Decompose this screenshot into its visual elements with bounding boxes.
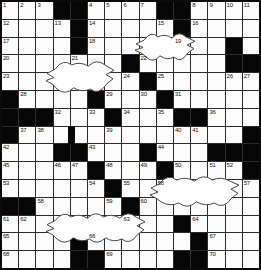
clue-number-15: 15 <box>158 20 164 27</box>
white-cell-r2c13[interactable] <box>208 20 224 37</box>
white-cell-r9c2[interactable] <box>19 144 35 161</box>
white-cell-r4c12[interactable] <box>191 55 207 72</box>
white-cell-r9c8[interactable] <box>122 144 138 161</box>
white-cell-r1c8[interactable]: 6 <box>122 2 138 19</box>
clue-number-2: 2 <box>20 2 23 9</box>
clue-number-69: 69 <box>106 251 112 258</box>
white-cell-r14c6[interactable]: 66 <box>88 233 104 250</box>
black-cell-r1c4 <box>54 2 70 19</box>
white-cell-r13c1[interactable]: 61 <box>2 216 18 233</box>
white-cell-r8c12[interactable]: 41 <box>191 127 207 144</box>
white-cell-r8c5[interactable] <box>71 127 87 144</box>
white-cell-r1c1[interactable]: 1 <box>2 2 18 19</box>
clue-number-38: 38 <box>37 127 43 134</box>
white-cell-r6c2[interactable]: 28 <box>19 91 35 108</box>
white-cell-r14c4[interactable] <box>54 233 70 250</box>
white-cell-r11c11[interactable] <box>174 180 190 197</box>
black-cell-r8c15 <box>243 127 259 144</box>
white-cell-r10c4[interactable]: 46 <box>54 162 70 179</box>
white-cell-r1c2[interactable]: 2 <box>19 2 35 19</box>
white-cell-r10c9[interactable]: 49 <box>140 162 156 179</box>
black-cell-r11c7 <box>105 180 121 197</box>
white-cell-r3c8[interactable] <box>122 38 138 55</box>
white-cell-r4c13[interactable] <box>208 55 224 72</box>
white-cell-r6c15[interactable] <box>243 91 259 108</box>
black-cell-r8c1 <box>2 127 18 144</box>
white-cell-r5c3[interactable] <box>36 73 52 90</box>
white-cell-r10c3[interactable] <box>36 162 52 179</box>
white-cell-r4c1[interactable]: 20 <box>2 55 18 72</box>
clue-number-62: 62 <box>20 216 26 223</box>
white-cell-r12c4[interactable] <box>54 198 70 215</box>
white-cell-r15c13[interactable]: 70 <box>208 251 224 268</box>
clue-number-3: 3 <box>37 2 40 9</box>
clue-number-7: 7 <box>141 2 144 9</box>
white-cell-r4c6[interactable] <box>88 55 104 72</box>
clue-number-49: 49 <box>141 162 147 169</box>
white-cell-r12c14[interactable] <box>226 198 242 215</box>
white-cell-r11c12[interactable] <box>191 180 207 197</box>
white-cell-r15c8[interactable] <box>122 251 138 268</box>
white-cell-r9c11[interactable] <box>174 144 190 161</box>
white-cell-r4c10[interactable] <box>157 55 173 72</box>
black-cell-r6c1 <box>2 91 18 108</box>
white-cell-r11c15[interactable]: 57 <box>243 180 259 197</box>
black-cell-r15c11 <box>174 251 190 268</box>
white-cell-r13c13[interactable] <box>208 216 224 233</box>
black-cell-r12c2 <box>19 198 35 215</box>
clue-number-51: 51 <box>209 162 215 169</box>
white-cell-r11c4[interactable] <box>54 180 70 197</box>
white-cell-r2c15[interactable] <box>243 20 259 37</box>
clue-number-63: 63 <box>123 216 129 223</box>
clue-number-12: 12 <box>3 20 9 27</box>
white-cell-r10c5[interactable]: 47 <box>71 162 87 179</box>
clue-number-44: 44 <box>158 144 164 151</box>
black-cell-r12c1 <box>2 198 18 215</box>
white-cell-r4c7[interactable] <box>105 55 121 72</box>
white-cell-r2c6[interactable]: 14 <box>88 20 104 37</box>
white-cell-r8c4[interactable] <box>54 127 70 144</box>
white-cell-r13c15[interactable] <box>243 216 259 233</box>
clue-number-20: 20 <box>3 55 9 62</box>
white-cell-r7c8[interactable]: 34 <box>122 109 138 126</box>
clue-number-42: 42 <box>3 144 9 151</box>
black-cell-r7c2 <box>19 109 35 126</box>
white-cell-r9c7[interactable] <box>105 144 121 161</box>
black-cell-r9c4 <box>54 144 70 161</box>
white-cell-r3c10[interactable] <box>157 38 173 55</box>
white-cell-r8c7[interactable]: 39 <box>105 127 121 144</box>
white-cell-r5c2[interactable] <box>19 73 35 90</box>
white-cell-r9c6[interactable]: 43 <box>88 144 104 161</box>
clue-number-53: 53 <box>3 180 9 187</box>
white-cell-r5c7[interactable] <box>105 73 121 90</box>
white-cell-r5c12[interactable] <box>191 73 207 90</box>
white-cell-r10c14[interactable]: 52 <box>226 162 242 179</box>
clue-number-14: 14 <box>89 20 95 27</box>
white-cell-r14c13[interactable]: 67 <box>208 233 224 250</box>
white-cell-r1c15[interactable]: 11 <box>243 2 259 19</box>
clue-number-43: 43 <box>89 144 95 151</box>
white-cell-r6c14[interactable] <box>226 91 242 108</box>
black-cell-r3c14 <box>226 38 242 55</box>
clue-number-61: 61 <box>3 216 9 223</box>
white-cell-r1c13[interactable]: 9 <box>208 2 224 19</box>
black-cell-r7c11 <box>174 109 190 126</box>
white-cell-r5c1[interactable]: 23 <box>2 73 18 90</box>
clue-number-35: 35 <box>158 109 164 116</box>
black-cell-r9c5 <box>71 144 87 161</box>
black-cell-r6c10 <box>157 91 173 108</box>
white-cell-r5c4[interactable] <box>54 73 70 90</box>
white-cell-r5c13[interactable] <box>208 73 224 90</box>
clue-number-41: 41 <box>192 127 198 134</box>
black-cell-r10c6 <box>88 162 104 179</box>
black-cell-r9c15 <box>243 144 259 161</box>
black-cell-r13c11 <box>174 216 190 233</box>
white-cell-r2c9[interactable] <box>140 20 156 37</box>
clue-number-5: 5 <box>106 2 109 9</box>
white-cell-r5c10[interactable]: 25 <box>157 73 173 90</box>
black-cell-r7c1 <box>2 109 18 126</box>
clue-number-19: 19 <box>175 38 181 45</box>
black-cell-r9c9 <box>140 144 156 161</box>
white-cell-r9c12[interactable] <box>191 144 207 161</box>
white-cell-r6c3[interactable] <box>36 91 52 108</box>
clue-number-34: 34 <box>123 109 129 116</box>
clue-number-31: 31 <box>175 91 181 98</box>
clue-number-16: 16 <box>192 20 198 27</box>
white-cell-r6c11[interactable]: 31 <box>174 91 190 108</box>
white-cell-r3c11[interactable]: 19 <box>174 38 190 55</box>
white-cell-r6c12[interactable] <box>191 91 207 108</box>
clue-number-22: 22 <box>141 55 147 62</box>
black-cell-r4c8 <box>122 55 138 72</box>
black-cell-r2c11 <box>174 20 190 37</box>
white-cell-r10c8[interactable] <box>122 162 138 179</box>
white-cell-r13c4[interactable] <box>54 216 70 233</box>
white-cell-r13c12[interactable]: 64 <box>191 216 207 233</box>
white-cell-r6c8[interactable] <box>122 91 138 108</box>
white-cell-r12c5[interactable] <box>71 198 87 215</box>
white-cell-r6c4[interactable] <box>54 91 70 108</box>
clue-number-37: 37 <box>20 127 26 134</box>
white-cell-r10c7[interactable]: 48 <box>105 162 121 179</box>
clue-number-24: 24 <box>123 73 129 80</box>
white-cell-r3c3[interactable] <box>36 38 52 55</box>
white-cell-r5c11[interactable] <box>174 73 190 90</box>
white-cell-r9c3[interactable] <box>36 144 52 161</box>
white-cell-r14c10[interactable] <box>157 233 173 250</box>
white-cell-r13c6[interactable] <box>88 216 104 233</box>
white-cell-r7c9[interactable] <box>140 109 156 126</box>
white-cell-r2c4[interactable]: 13 <box>54 20 70 37</box>
white-cell-r15c7[interactable]: 69 <box>105 251 121 268</box>
white-cell-r11c10[interactable]: 56 <box>157 180 173 197</box>
white-cell-r6c7[interactable]: 29 <box>105 91 121 108</box>
black-cell-r1c11 <box>174 2 190 19</box>
white-cell-r12c7[interactable]: 59 <box>105 198 121 215</box>
white-cell-r7c5[interactable] <box>71 109 87 126</box>
white-cell-r2c12[interactable]: 16 <box>191 20 207 37</box>
clue-number-46: 46 <box>55 162 61 169</box>
clue-number-70: 70 <box>209 251 215 258</box>
clue-number-52: 52 <box>227 162 233 169</box>
white-cell-r14c11[interactable] <box>174 233 190 250</box>
black-cell-r5c9 <box>140 73 156 90</box>
white-cell-r3c7[interactable] <box>105 38 121 55</box>
white-cell-r14c8[interactable] <box>122 233 138 250</box>
white-cell-r8c11[interactable]: 40 <box>174 127 190 144</box>
white-cell-r6c13[interactable] <box>208 91 224 108</box>
clue-number-9: 9 <box>209 2 212 9</box>
black-cell-r12c8 <box>122 198 138 215</box>
white-cell-r4c11[interactable] <box>174 55 190 72</box>
clue-number-6: 6 <box>123 2 126 9</box>
white-cell-r15c4[interactable] <box>54 251 70 268</box>
white-cell-r11c5[interactable] <box>71 180 87 197</box>
white-cell-r13c14[interactable] <box>226 216 242 233</box>
black-cell-r1c5 <box>71 2 87 19</box>
clue-number-25: 25 <box>158 73 164 80</box>
white-cell-r8c13[interactable] <box>208 127 224 144</box>
clue-number-1: 1 <box>3 2 6 9</box>
black-cell-r6c6 <box>88 91 104 108</box>
black-cell-r1c10 <box>157 2 173 19</box>
clue-number-8: 8 <box>192 2 195 9</box>
white-cell-r15c10[interactable] <box>157 251 173 268</box>
clue-number-27: 27 <box>244 73 250 80</box>
clue-number-23: 23 <box>3 73 9 80</box>
clue-number-54: 54 <box>89 180 95 187</box>
black-cell-r7c7 <box>105 109 121 126</box>
black-cell-r7c12 <box>191 109 207 126</box>
clue-number-13: 13 <box>55 20 61 27</box>
white-cell-r7c4[interactable]: 32 <box>54 109 70 126</box>
clue-number-57: 57 <box>244 180 250 187</box>
black-cell-r10c10 <box>157 162 173 179</box>
white-cell-r11c13[interactable] <box>208 180 224 197</box>
white-cell-r3c2[interactable] <box>19 38 35 55</box>
white-cell-r1c7[interactable]: 5 <box>105 2 121 19</box>
white-cell-r15c3[interactable] <box>36 251 52 268</box>
white-cell-r13c8[interactable]: 63 <box>122 216 138 233</box>
white-cell-r1c12[interactable]: 8 <box>191 2 207 19</box>
white-cell-r13c3[interactable] <box>36 216 52 233</box>
white-cell-r2c7[interactable] <box>105 20 121 37</box>
clue-number-60: 60 <box>141 198 147 205</box>
white-cell-r3c9[interactable] <box>140 38 156 55</box>
white-cell-r4c4[interactable] <box>54 55 70 72</box>
white-cell-r3c12[interactable] <box>191 38 207 55</box>
white-cell-r4c9[interactable]: 22 <box>140 55 156 72</box>
crossword-puzzle: 1234567891011121314151617181920212223242… <box>0 0 261 270</box>
white-cell-r9c1[interactable]: 42 <box>2 144 18 161</box>
black-cell-r7c3 <box>36 109 52 126</box>
white-cell-r13c5[interactable] <box>71 216 87 233</box>
white-cell-r11c2[interactable] <box>19 180 35 197</box>
black-cell-r4c14 <box>226 55 242 72</box>
white-cell-r3c1[interactable]: 17 <box>2 38 18 55</box>
white-cell-r2c3[interactable] <box>36 20 52 37</box>
white-cell-r14c15[interactable] <box>243 233 259 250</box>
white-cell-r7c15[interactable] <box>243 109 259 126</box>
white-cell-r14c3[interactable] <box>36 233 52 250</box>
white-cell-r10c12[interactable] <box>191 162 207 179</box>
clue-number-59: 59 <box>106 198 112 205</box>
white-cell-r8c14[interactable] <box>226 127 242 144</box>
white-cell-r14c7[interactable] <box>105 233 121 250</box>
white-cell-r14c2[interactable] <box>19 233 35 250</box>
clue-number-11: 11 <box>244 2 250 9</box>
white-cell-r11c1[interactable]: 53 <box>2 180 18 197</box>
white-cell-r5c8[interactable]: 24 <box>122 73 138 90</box>
black-cell-r9c13 <box>208 144 224 161</box>
white-cell-r4c5[interactable]: 21 <box>71 55 87 72</box>
black-cell-r2c5 <box>71 20 87 37</box>
clue-number-56: 56 <box>158 180 164 187</box>
white-cell-r15c14[interactable] <box>226 251 242 268</box>
white-cell-r12c12[interactable] <box>191 198 207 215</box>
white-cell-r3c6[interactable]: 18 <box>88 38 104 55</box>
white-cell-r5c15[interactable]: 27 <box>243 73 259 90</box>
white-cell-r15c2[interactable] <box>19 251 35 268</box>
white-cell-r8c10[interactable] <box>157 127 173 144</box>
white-cell-r3c4[interactable] <box>54 38 70 55</box>
clue-number-18: 18 <box>89 38 95 45</box>
white-cell-r1c6[interactable]: 4 <box>88 2 104 19</box>
white-cell-r12c3[interactable]: 58 <box>36 198 52 215</box>
clue-number-50: 50 <box>175 162 181 169</box>
white-cell-r1c3[interactable]: 3 <box>36 2 52 19</box>
white-cell-r10c2[interactable] <box>19 162 35 179</box>
black-cell-r3c5 <box>71 38 87 55</box>
clue-number-48: 48 <box>106 162 112 169</box>
white-cell-r15c1[interactable]: 68 <box>2 251 18 268</box>
white-cell-r13c2[interactable]: 62 <box>19 216 35 233</box>
white-cell-r7c14[interactable] <box>226 109 242 126</box>
white-cell-r13c10[interactable] <box>157 216 173 233</box>
white-cell-r7c13[interactable]: 36 <box>208 109 224 126</box>
white-cell-r6c9[interactable]: 30 <box>140 91 156 108</box>
white-cell-r8c9[interactable] <box>140 127 156 144</box>
white-cell-r6c5[interactable] <box>71 91 87 108</box>
white-cell-r10c1[interactable]: 45 <box>2 162 18 179</box>
white-cell-r4c3[interactable] <box>36 55 52 72</box>
black-cell-r15c6 <box>88 251 104 268</box>
white-cell-r4c2[interactable] <box>19 55 35 72</box>
white-cell-r10c11[interactable]: 50 <box>174 162 190 179</box>
white-cell-r2c1[interactable]: 12 <box>2 20 18 37</box>
clue-number-36: 36 <box>209 109 215 116</box>
white-cell-r9c10[interactable]: 44 <box>157 144 173 161</box>
white-cell-r14c1[interactable]: 65 <box>2 233 18 250</box>
clue-number-29: 29 <box>106 91 112 98</box>
clue-number-58: 58 <box>37 198 43 205</box>
clue-number-4: 4 <box>89 2 92 9</box>
white-cell-r12c6[interactable] <box>88 198 104 215</box>
crossword-grid: 1234567891011121314151617181920212223242… <box>0 0 261 270</box>
clue-number-67: 67 <box>209 233 215 240</box>
white-cell-r7c6[interactable]: 33 <box>88 109 104 126</box>
clue-number-40: 40 <box>175 127 181 134</box>
white-cell-r2c14[interactable] <box>226 20 242 37</box>
clue-number-26: 26 <box>227 73 233 80</box>
white-cell-r12c15[interactable] <box>243 198 259 215</box>
black-cell-r14c12 <box>191 233 207 250</box>
white-cell-r11c9[interactable] <box>140 180 156 197</box>
white-cell-r14c14[interactable] <box>226 233 242 250</box>
white-cell-r1c9[interactable]: 7 <box>140 2 156 19</box>
white-cell-r1c14[interactable]: 10 <box>226 2 242 19</box>
white-cell-r15c15[interactable] <box>243 251 259 268</box>
white-cell-r8c8[interactable] <box>122 127 138 144</box>
black-cell-r14c5 <box>71 233 87 250</box>
white-cell-r12c11[interactable] <box>174 198 190 215</box>
white-cell-r8c3[interactable]: 38 <box>36 127 52 144</box>
white-cell-r11c6[interactable]: 54 <box>88 180 104 197</box>
white-cell-r2c8[interactable] <box>122 20 138 37</box>
clue-number-66: 66 <box>89 233 95 240</box>
black-cell-r15c12 <box>191 251 207 268</box>
white-cell-r13c7[interactable] <box>105 216 121 233</box>
clue-number-55: 55 <box>123 180 129 187</box>
white-cell-r11c14[interactable] <box>226 180 242 197</box>
white-cell-r5c6[interactable] <box>88 73 104 90</box>
white-cell-r2c10[interactable]: 15 <box>157 20 173 37</box>
white-cell-r8c6[interactable] <box>88 127 104 144</box>
white-cell-r3c13[interactable] <box>208 38 224 55</box>
white-cell-r5c14[interactable]: 26 <box>226 73 242 90</box>
white-cell-r14c9[interactable] <box>140 233 156 250</box>
clue-number-32: 32 <box>55 109 61 116</box>
white-cell-r11c8[interactable]: 55 <box>122 180 138 197</box>
clue-number-28: 28 <box>20 91 26 98</box>
white-cell-r12c10[interactable] <box>157 198 173 215</box>
clue-number-45: 45 <box>3 162 9 169</box>
clue-number-10: 10 <box>227 2 233 9</box>
black-cell-r15c5 <box>71 251 87 268</box>
clue-number-39: 39 <box>106 127 112 134</box>
clue-number-33: 33 <box>89 109 95 116</box>
clue-number-21: 21 <box>72 55 78 62</box>
white-cell-r7c10[interactable]: 35 <box>157 109 173 126</box>
white-cell-r3c15[interactable] <box>243 38 259 55</box>
white-cell-r10c13[interactable]: 51 <box>208 162 224 179</box>
white-cell-r13c9[interactable] <box>140 216 156 233</box>
black-cell-r4c15 <box>243 55 259 72</box>
clue-number-30: 30 <box>141 91 147 98</box>
clue-number-68: 68 <box>3 251 9 258</box>
white-cell-r12c9[interactable]: 60 <box>140 198 156 215</box>
black-cell-r9c14 <box>226 144 242 161</box>
white-cell-r15c9[interactable] <box>140 251 156 268</box>
black-cell-r10c15 <box>243 162 259 179</box>
white-cell-r12c13[interactable] <box>208 198 224 215</box>
clue-number-47: 47 <box>72 162 78 169</box>
white-cell-r2c2[interactable] <box>19 20 35 37</box>
clue-number-65: 65 <box>3 233 9 240</box>
white-cell-r11c3[interactable] <box>36 180 52 197</box>
clue-number-17: 17 <box>3 38 9 45</box>
clue-number-64: 64 <box>192 216 198 223</box>
white-cell-r8c2[interactable]: 37 <box>19 127 35 144</box>
white-cell-r5c5[interactable] <box>71 73 87 90</box>
